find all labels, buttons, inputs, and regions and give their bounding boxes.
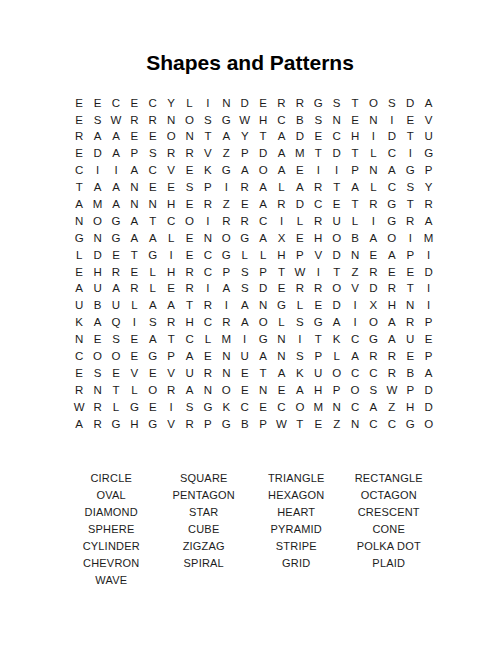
grid-cell[interactable]: N: [199, 230, 217, 247]
grid-cell[interactable]: I: [419, 247, 437, 264]
grid-cell[interactable]: I: [217, 179, 235, 196]
grid-cell[interactable]: A: [236, 298, 254, 315]
grid-cell[interactable]: R: [125, 281, 143, 298]
grid-cell[interactable]: A: [383, 331, 401, 348]
grid-cell[interactable]: I: [162, 399, 180, 416]
grid-cell[interactable]: A: [107, 146, 125, 163]
grid-cell[interactable]: E: [272, 281, 290, 298]
grid-cell[interactable]: C: [236, 399, 254, 416]
grid-cell[interactable]: P: [401, 382, 419, 399]
grid-cell[interactable]: N: [144, 196, 162, 213]
grid-cell[interactable]: P: [254, 264, 272, 281]
grid-cell[interactable]: R: [162, 315, 180, 332]
grid-cell[interactable]: G: [144, 416, 162, 433]
grid-cell[interactable]: A: [180, 348, 198, 365]
grid-cell[interactable]: K: [70, 315, 88, 332]
grid-cell[interactable]: U: [180, 365, 198, 382]
grid-cell[interactable]: W: [236, 112, 254, 129]
grid-cell[interactable]: R: [309, 179, 327, 196]
grid-cell[interactable]: S: [327, 95, 345, 112]
grid-cell[interactable]: D: [327, 146, 345, 163]
grid-cell[interactable]: R: [364, 348, 382, 365]
grid-cell[interactable]: C: [199, 264, 217, 281]
grid-cell[interactable]: D: [236, 95, 254, 112]
grid-cell[interactable]: E: [144, 365, 162, 382]
grid-cell[interactable]: C: [383, 179, 401, 196]
grid-cell[interactable]: H: [401, 399, 419, 416]
grid-cell[interactable]: A: [383, 247, 401, 264]
grid-cell[interactable]: N: [272, 331, 290, 348]
grid-cell[interactable]: E: [125, 348, 143, 365]
grid-cell[interactable]: D: [401, 95, 419, 112]
grid-cell[interactable]: D: [88, 146, 106, 163]
grid-cell[interactable]: W: [70, 399, 88, 416]
grid-cell[interactable]: C: [309, 196, 327, 213]
grid-cell[interactable]: C: [346, 331, 364, 348]
grid-cell[interactable]: E: [70, 146, 88, 163]
grid-cell[interactable]: R: [180, 281, 198, 298]
grid-cell[interactable]: B: [346, 230, 364, 247]
grid-cell[interactable]: O: [346, 382, 364, 399]
grid-cell[interactable]: R: [272, 95, 290, 112]
grid-cell[interactable]: Z: [217, 146, 235, 163]
grid-cell[interactable]: U: [107, 298, 125, 315]
grid-cell[interactable]: T: [254, 129, 272, 146]
grid-cell[interactable]: N: [364, 112, 382, 129]
grid-cell[interactable]: D: [419, 264, 437, 281]
grid-cell[interactable]: I: [419, 298, 437, 315]
grid-cell[interactable]: G: [144, 348, 162, 365]
grid-cell[interactable]: R: [70, 382, 88, 399]
grid-cell[interactable]: H: [346, 129, 364, 146]
grid-cell[interactable]: R: [291, 95, 309, 112]
grid-cell[interactable]: C: [364, 416, 382, 433]
grid-cell[interactable]: E: [254, 399, 272, 416]
grid-cell[interactable]: E: [144, 399, 162, 416]
grid-cell[interactable]: R: [199, 196, 217, 213]
grid-cell[interactable]: R: [309, 213, 327, 230]
grid-cell[interactable]: C: [70, 163, 88, 180]
grid-cell[interactable]: E: [419, 331, 437, 348]
grid-cell[interactable]: A: [383, 315, 401, 332]
grid-cell[interactable]: P: [199, 416, 217, 433]
grid-cell[interactable]: A: [383, 163, 401, 180]
grid-cell[interactable]: E: [346, 112, 364, 129]
grid-cell[interactable]: T: [272, 264, 290, 281]
grid-cell[interactable]: A: [254, 196, 272, 213]
grid-cell[interactable]: A: [327, 315, 345, 332]
grid-cell[interactable]: V: [162, 416, 180, 433]
grid-cell[interactable]: E: [125, 264, 143, 281]
grid-cell[interactable]: K: [199, 163, 217, 180]
grid-cell[interactable]: E: [309, 416, 327, 433]
grid-cell[interactable]: I: [199, 95, 217, 112]
grid-cell[interactable]: D: [327, 298, 345, 315]
grid-cell[interactable]: E: [70, 95, 88, 112]
grid-cell[interactable]: C: [180, 331, 198, 348]
grid-cell[interactable]: R: [217, 315, 235, 332]
grid-cell[interactable]: G: [217, 416, 235, 433]
grid-cell[interactable]: M: [309, 399, 327, 416]
grid-cell[interactable]: Y: [162, 95, 180, 112]
grid-cell[interactable]: O: [419, 416, 437, 433]
grid-cell[interactable]: L: [272, 315, 290, 332]
grid-cell[interactable]: A: [107, 196, 125, 213]
grid-cell[interactable]: C: [364, 365, 382, 382]
grid-cell[interactable]: C: [383, 416, 401, 433]
grid-cell[interactable]: I: [199, 213, 217, 230]
grid-cell[interactable]: C: [327, 129, 345, 146]
grid-cell[interactable]: U: [236, 348, 254, 365]
grid-cell[interactable]: A: [125, 213, 143, 230]
grid-cell[interactable]: W: [291, 264, 309, 281]
grid-cell[interactable]: I: [88, 163, 106, 180]
grid-cell[interactable]: R: [144, 112, 162, 129]
grid-cell[interactable]: C: [70, 348, 88, 365]
grid-cell[interactable]: S: [291, 348, 309, 365]
grid-cell[interactable]: G: [254, 331, 272, 348]
grid-cell[interactable]: N: [254, 382, 272, 399]
grid-cell[interactable]: S: [364, 382, 382, 399]
grid-cell[interactable]: I: [162, 247, 180, 264]
grid-cell[interactable]: N: [327, 112, 345, 129]
grid-cell[interactable]: L: [144, 281, 162, 298]
grid-cell[interactable]: S: [236, 264, 254, 281]
grid-cell[interactable]: D: [419, 382, 437, 399]
grid-cell[interactable]: D: [254, 146, 272, 163]
grid-cell[interactable]: E: [199, 348, 217, 365]
grid-cell[interactable]: Z: [327, 416, 345, 433]
grid-cell[interactable]: O: [327, 281, 345, 298]
grid-cell[interactable]: P: [346, 163, 364, 180]
grid-cell[interactable]: V: [346, 281, 364, 298]
grid-cell[interactable]: A: [236, 315, 254, 332]
grid-cell[interactable]: E: [88, 95, 106, 112]
grid-cell[interactable]: L: [236, 247, 254, 264]
grid-cell[interactable]: N: [199, 382, 217, 399]
grid-cell[interactable]: O: [217, 382, 235, 399]
grid-cell[interactable]: L: [364, 179, 382, 196]
grid-cell[interactable]: E: [327, 196, 345, 213]
grid-cell[interactable]: X: [272, 230, 290, 247]
grid-cell[interactable]: O: [254, 163, 272, 180]
grid-cell[interactable]: O: [217, 230, 235, 247]
grid-cell[interactable]: A: [180, 382, 198, 399]
grid-cell[interactable]: G: [419, 146, 437, 163]
grid-cell[interactable]: G: [217, 163, 235, 180]
grid-cell[interactable]: E: [309, 298, 327, 315]
grid-cell[interactable]: D: [254, 281, 272, 298]
grid-cell[interactable]: E: [125, 129, 143, 146]
grid-cell[interactable]: K: [327, 331, 345, 348]
grid-cell[interactable]: R: [88, 399, 106, 416]
grid-cell[interactable]: P: [291, 247, 309, 264]
grid-cell[interactable]: H: [125, 416, 143, 433]
grid-cell[interactable]: G: [144, 247, 162, 264]
grid-cell[interactable]: D: [291, 129, 309, 146]
grid-cell[interactable]: A: [419, 213, 437, 230]
grid-cell[interactable]: H: [254, 112, 272, 129]
grid-cell[interactable]: R: [236, 213, 254, 230]
grid-cell[interactable]: R: [309, 281, 327, 298]
grid-cell[interactable]: A: [144, 331, 162, 348]
grid-cell[interactable]: P: [309, 348, 327, 365]
grid-cell[interactable]: A: [88, 179, 106, 196]
grid-cell[interactable]: A: [364, 399, 382, 416]
grid-cell[interactable]: G: [309, 315, 327, 332]
grid-cell[interactable]: Y: [419, 179, 437, 196]
grid-cell[interactable]: S: [236, 281, 254, 298]
grid-cell[interactable]: P: [199, 179, 217, 196]
grid-cell[interactable]: P: [327, 382, 345, 399]
grid-cell[interactable]: N: [327, 399, 345, 416]
grid-cell[interactable]: H: [272, 247, 290, 264]
grid-cell[interactable]: W: [383, 382, 401, 399]
grid-cell[interactable]: O: [364, 315, 382, 332]
grid-cell[interactable]: D: [364, 281, 382, 298]
grid-cell[interactable]: B: [401, 365, 419, 382]
grid-cell[interactable]: A: [107, 281, 125, 298]
grid-cell[interactable]: E: [364, 247, 382, 264]
grid-cell[interactable]: L: [364, 146, 382, 163]
grid-cell[interactable]: E: [236, 382, 254, 399]
grid-cell[interactable]: G: [107, 230, 125, 247]
grid-cell[interactable]: R: [180, 146, 198, 163]
grid-cell[interactable]: V: [125, 365, 143, 382]
grid-cell[interactable]: C: [144, 163, 162, 180]
grid-cell[interactable]: T: [309, 331, 327, 348]
grid-cell[interactable]: U: [70, 298, 88, 315]
grid-cell[interactable]: N: [272, 348, 290, 365]
grid-cell[interactable]: A: [217, 129, 235, 146]
grid-cell[interactable]: L: [125, 298, 143, 315]
grid-cell[interactable]: C: [383, 146, 401, 163]
grid-cell[interactable]: L: [162, 230, 180, 247]
grid-cell[interactable]: T: [125, 247, 143, 264]
grid-cell[interactable]: O: [88, 213, 106, 230]
grid-cell[interactable]: P: [162, 348, 180, 365]
grid-cell[interactable]: A: [254, 179, 272, 196]
grid-cell[interactable]: M: [419, 230, 437, 247]
grid-cell[interactable]: L: [272, 179, 290, 196]
grid-cell[interactable]: X: [364, 298, 382, 315]
grid-cell[interactable]: E: [144, 129, 162, 146]
grid-cell[interactable]: O: [327, 365, 345, 382]
grid-cell[interactable]: A: [70, 196, 88, 213]
grid-cell[interactable]: A: [217, 281, 235, 298]
grid-cell[interactable]: N: [217, 365, 235, 382]
grid-cell[interactable]: E: [180, 247, 198, 264]
grid-cell[interactable]: A: [162, 298, 180, 315]
grid-cell[interactable]: W: [272, 416, 290, 433]
grid-cell[interactable]: U: [309, 365, 327, 382]
grid-cell[interactable]: T: [291, 416, 309, 433]
grid-cell[interactable]: A: [272, 146, 290, 163]
grid-cell[interactable]: E: [144, 179, 162, 196]
grid-cell[interactable]: L: [144, 264, 162, 281]
grid-cell[interactable]: T: [309, 146, 327, 163]
grid-cell[interactable]: A: [125, 230, 143, 247]
grid-cell[interactable]: E: [125, 95, 143, 112]
grid-cell[interactable]: N: [180, 129, 198, 146]
grid-cell[interactable]: M: [217, 331, 235, 348]
grid-cell[interactable]: U: [327, 213, 345, 230]
grid-cell[interactable]: L: [107, 399, 125, 416]
grid-cell[interactable]: P: [236, 146, 254, 163]
grid-cell[interactable]: I: [107, 163, 125, 180]
grid-cell[interactable]: A: [272, 163, 290, 180]
grid-cell[interactable]: G: [309, 95, 327, 112]
grid-cell[interactable]: Z: [346, 264, 364, 281]
grid-cell[interactable]: E: [107, 365, 125, 382]
grid-cell[interactable]: A: [419, 95, 437, 112]
grid-cell[interactable]: I: [346, 315, 364, 332]
grid-cell[interactable]: E: [236, 365, 254, 382]
grid-cell[interactable]: E: [401, 264, 419, 281]
grid-cell[interactable]: R: [401, 213, 419, 230]
grid-cell[interactable]: D: [88, 247, 106, 264]
grid-cell[interactable]: P: [419, 163, 437, 180]
grid-cell[interactable]: R: [383, 365, 401, 382]
grid-cell[interactable]: A: [346, 179, 364, 196]
grid-cell[interactable]: R: [107, 264, 125, 281]
grid-cell[interactable]: P: [401, 247, 419, 264]
grid-cell[interactable]: O: [364, 95, 382, 112]
grid-cell[interactable]: O: [180, 213, 198, 230]
grid-cell[interactable]: C: [144, 95, 162, 112]
grid-cell[interactable]: L: [125, 382, 143, 399]
grid-cell[interactable]: G: [70, 230, 88, 247]
grid-cell[interactable]: N: [346, 247, 364, 264]
grid-cell[interactable]: G: [217, 112, 235, 129]
grid-cell[interactable]: L: [70, 247, 88, 264]
grid-cell[interactable]: I: [125, 315, 143, 332]
grid-cell[interactable]: G: [272, 298, 290, 315]
grid-cell[interactable]: E: [309, 129, 327, 146]
grid-cell[interactable]: N: [217, 95, 235, 112]
grid-cell[interactable]: C: [199, 247, 217, 264]
grid-cell[interactable]: R: [162, 146, 180, 163]
grid-cell[interactable]: V: [162, 365, 180, 382]
grid-cell[interactable]: R: [162, 382, 180, 399]
grid-cell[interactable]: A: [70, 416, 88, 433]
grid-cell[interactable]: N: [70, 213, 88, 230]
grid-cell[interactable]: A: [254, 348, 272, 365]
grid-cell[interactable]: R: [419, 196, 437, 213]
grid-cell[interactable]: C: [199, 315, 217, 332]
grid-cell[interactable]: I: [291, 331, 309, 348]
grid-cell[interactable]: G: [217, 247, 235, 264]
grid-cell[interactable]: N: [162, 112, 180, 129]
grid-cell[interactable]: M: [291, 146, 309, 163]
grid-cell[interactable]: Y: [236, 129, 254, 146]
grid-cell[interactable]: R: [199, 298, 217, 315]
grid-cell[interactable]: L: [291, 213, 309, 230]
grid-cell[interactable]: E: [70, 365, 88, 382]
grid-cell[interactable]: R: [364, 264, 382, 281]
grid-cell[interactable]: L: [327, 348, 345, 365]
grid-cell[interactable]: E: [272, 382, 290, 399]
grid-cell[interactable]: V: [309, 247, 327, 264]
grid-cell[interactable]: T: [401, 281, 419, 298]
grid-cell[interactable]: U: [88, 281, 106, 298]
grid-cell[interactable]: C: [346, 365, 364, 382]
grid-cell[interactable]: N: [401, 298, 419, 315]
grid-cell[interactable]: A: [272, 365, 290, 382]
grid-cell[interactable]: T: [327, 264, 345, 281]
grid-cell[interactable]: A: [107, 129, 125, 146]
grid-cell[interactable]: E: [162, 179, 180, 196]
grid-cell[interactable]: E: [254, 95, 272, 112]
grid-cell[interactable]: R: [199, 365, 217, 382]
grid-cell[interactable]: I: [327, 163, 345, 180]
grid-cell[interactable]: P: [217, 264, 235, 281]
grid-cell[interactable]: T: [346, 196, 364, 213]
grid-cell[interactable]: N: [88, 382, 106, 399]
grid-cell[interactable]: I: [401, 146, 419, 163]
grid-cell[interactable]: E: [125, 331, 143, 348]
grid-cell[interactable]: N: [254, 298, 272, 315]
grid-cell[interactable]: G: [401, 163, 419, 180]
grid-cell[interactable]: A: [144, 230, 162, 247]
grid-cell[interactable]: E: [291, 230, 309, 247]
grid-cell[interactable]: L: [291, 298, 309, 315]
grid-cell[interactable]: A: [88, 129, 106, 146]
grid-cell[interactable]: H: [180, 315, 198, 332]
grid-cell[interactable]: D: [419, 399, 437, 416]
grid-cell[interactable]: T: [70, 179, 88, 196]
grid-cell[interactable]: R: [236, 179, 254, 196]
grid-cell[interactable]: I: [309, 163, 327, 180]
grid-cell[interactable]: T: [401, 129, 419, 146]
grid-cell[interactable]: B: [236, 416, 254, 433]
grid-cell[interactable]: G: [383, 213, 401, 230]
grid-cell[interactable]: S: [144, 315, 162, 332]
grid-cell[interactable]: Z: [217, 196, 235, 213]
grid-cell[interactable]: E: [70, 112, 88, 129]
grid-cell[interactable]: G: [125, 399, 143, 416]
grid-cell[interactable]: A: [107, 179, 125, 196]
grid-cell[interactable]: N: [125, 179, 143, 196]
grid-cell[interactable]: S: [107, 331, 125, 348]
grid-cell[interactable]: H: [88, 264, 106, 281]
grid-cell[interactable]: A: [346, 348, 364, 365]
grid-cell[interactable]: T: [199, 129, 217, 146]
grid-cell[interactable]: C: [272, 399, 290, 416]
grid-cell[interactable]: A: [125, 163, 143, 180]
grid-cell[interactable]: A: [70, 281, 88, 298]
grid-cell[interactable]: I: [419, 281, 437, 298]
grid-cell[interactable]: B: [291, 112, 309, 129]
grid-cell[interactable]: U: [401, 331, 419, 348]
grid-cell[interactable]: P: [419, 315, 437, 332]
grid-cell[interactable]: L: [199, 331, 217, 348]
grid-cell[interactable]: C: [254, 213, 272, 230]
grid-cell[interactable]: P: [254, 416, 272, 433]
grid-cell[interactable]: C: [346, 399, 364, 416]
grid-cell[interactable]: R: [88, 416, 106, 433]
grid-cell[interactable]: H: [162, 264, 180, 281]
grid-cell[interactable]: C: [107, 95, 125, 112]
grid-cell[interactable]: T: [144, 213, 162, 230]
grid-cell[interactable]: O: [180, 112, 198, 129]
grid-cell[interactable]: M: [88, 196, 106, 213]
grid-cell[interactable]: O: [327, 230, 345, 247]
grid-cell[interactable]: S: [309, 112, 327, 129]
grid-cell[interactable]: W: [107, 112, 125, 129]
grid-cell[interactable]: S: [88, 112, 106, 129]
grid-cell[interactable]: A: [88, 315, 106, 332]
